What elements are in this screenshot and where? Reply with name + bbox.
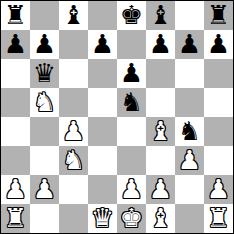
piece-white-pawn: ♟ <box>62 117 85 146</box>
piece-black-pawn: ♟ <box>207 30 230 59</box>
square-c3[interactable]: ♞ <box>59 146 88 175</box>
square-c5[interactable] <box>59 88 88 117</box>
piece-white-pawn: ♟ <box>120 175 143 204</box>
piece-black-pawn: ♟ <box>91 30 114 59</box>
square-f6[interactable] <box>146 59 175 88</box>
square-a7[interactable]: ♟ <box>1 30 30 59</box>
square-g5[interactable] <box>175 88 204 117</box>
square-f3[interactable] <box>146 146 175 175</box>
square-g4[interactable]: ♞ <box>175 117 204 146</box>
square-b4[interactable] <box>30 117 59 146</box>
square-e1[interactable]: ♚ <box>117 204 146 233</box>
square-f2[interactable]: ♟ <box>146 175 175 204</box>
piece-white-pawn: ♟ <box>178 146 201 175</box>
piece-black-bishop: ♝ <box>149 1 172 30</box>
piece-black-knight: ♞ <box>120 88 143 117</box>
piece-white-rook: ♜ <box>4 204 27 233</box>
square-e2[interactable]: ♟ <box>117 175 146 204</box>
square-b6[interactable]: ♛ <box>30 59 59 88</box>
square-c4[interactable]: ♟ <box>59 117 88 146</box>
square-h8[interactable]: ♜ <box>204 1 233 30</box>
piece-white-knight: ♞ <box>33 88 56 117</box>
square-f7[interactable]: ♟ <box>146 30 175 59</box>
square-b8[interactable] <box>30 1 59 30</box>
square-h4[interactable] <box>204 117 233 146</box>
piece-black-pawn: ♟ <box>149 30 172 59</box>
piece-black-rook: ♜ <box>207 1 230 30</box>
square-b7[interactable]: ♟ <box>30 30 59 59</box>
piece-black-king: ♚ <box>120 1 143 30</box>
square-h6[interactable] <box>204 59 233 88</box>
square-d7[interactable]: ♟ <box>88 30 117 59</box>
piece-black-pawn: ♟ <box>33 30 56 59</box>
square-g6[interactable] <box>175 59 204 88</box>
square-f8[interactable]: ♝ <box>146 1 175 30</box>
square-g2[interactable] <box>175 175 204 204</box>
piece-white-king: ♚ <box>120 204 143 233</box>
square-b3[interactable] <box>30 146 59 175</box>
piece-black-bishop: ♝ <box>62 1 85 30</box>
square-a2[interactable]: ♟ <box>1 175 30 204</box>
square-e6[interactable]: ♟ <box>117 59 146 88</box>
square-d6[interactable] <box>88 59 117 88</box>
square-d3[interactable] <box>88 146 117 175</box>
square-e4[interactable] <box>117 117 146 146</box>
square-f4[interactable]: ♝ <box>146 117 175 146</box>
square-c1[interactable] <box>59 204 88 233</box>
square-h2[interactable]: ♟ <box>204 175 233 204</box>
square-a1[interactable]: ♜ <box>1 204 30 233</box>
square-g7[interactable]: ♟ <box>175 30 204 59</box>
square-c8[interactable]: ♝ <box>59 1 88 30</box>
piece-white-pawn: ♟ <box>33 175 56 204</box>
square-b2[interactable]: ♟ <box>30 175 59 204</box>
piece-white-queen: ♛ <box>91 204 114 233</box>
piece-black-knight: ♞ <box>178 117 201 146</box>
piece-white-bishop: ♝ <box>149 117 172 146</box>
piece-white-pawn: ♟ <box>149 175 172 204</box>
chess-board: ♜♝♚♝♜♟♟♟♟♟♟♛♟♞♞♟♝♞♞♟♟♟♟♟♟♜♛♚♝♜ <box>0 0 234 234</box>
square-h3[interactable] <box>204 146 233 175</box>
square-c7[interactable] <box>59 30 88 59</box>
square-h5[interactable] <box>204 88 233 117</box>
square-f1[interactable]: ♝ <box>146 204 175 233</box>
piece-black-queen: ♛ <box>33 59 56 88</box>
square-f5[interactable] <box>146 88 175 117</box>
square-e5[interactable]: ♞ <box>117 88 146 117</box>
square-g1[interactable] <box>175 204 204 233</box>
square-e3[interactable] <box>117 146 146 175</box>
piece-white-pawn: ♟ <box>207 175 230 204</box>
piece-black-pawn: ♟ <box>178 30 201 59</box>
square-b5[interactable]: ♞ <box>30 88 59 117</box>
piece-white-knight: ♞ <box>62 146 85 175</box>
piece-black-pawn: ♟ <box>120 59 143 88</box>
square-a3[interactable] <box>1 146 30 175</box>
square-d5[interactable] <box>88 88 117 117</box>
square-a4[interactable] <box>1 117 30 146</box>
square-g8[interactable] <box>175 1 204 30</box>
square-a5[interactable] <box>1 88 30 117</box>
square-e7[interactable] <box>117 30 146 59</box>
square-d4[interactable] <box>88 117 117 146</box>
square-a8[interactable]: ♜ <box>1 1 30 30</box>
piece-white-bishop: ♝ <box>149 204 172 233</box>
piece-black-pawn: ♟ <box>4 30 27 59</box>
piece-white-pawn: ♟ <box>4 175 27 204</box>
square-d8[interactable] <box>88 1 117 30</box>
square-g3[interactable]: ♟ <box>175 146 204 175</box>
piece-black-rook: ♜ <box>4 1 27 30</box>
square-d2[interactable] <box>88 175 117 204</box>
square-d1[interactable]: ♛ <box>88 204 117 233</box>
square-h7[interactable]: ♟ <box>204 30 233 59</box>
square-a6[interactable] <box>1 59 30 88</box>
square-c2[interactable] <box>59 175 88 204</box>
square-c6[interactable] <box>59 59 88 88</box>
square-e8[interactable]: ♚ <box>117 1 146 30</box>
square-b1[interactable] <box>30 204 59 233</box>
square-h1[interactable]: ♜ <box>204 204 233 233</box>
piece-white-rook: ♜ <box>207 204 230 233</box>
